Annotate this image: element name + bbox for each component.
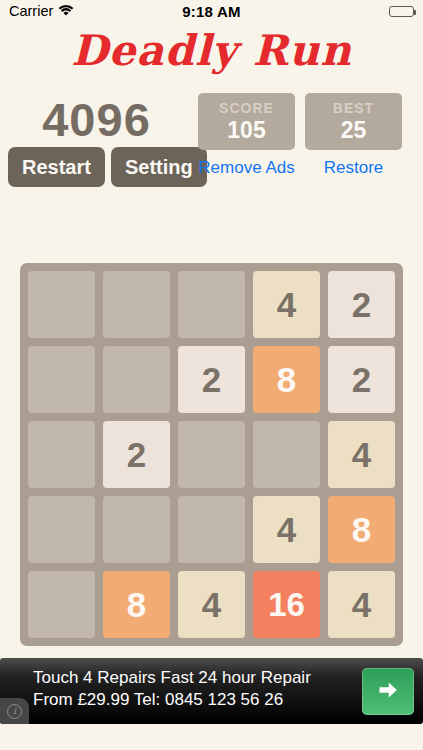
best-box: BEST 25 <box>305 93 402 150</box>
tile-4: 4 <box>178 571 245 638</box>
empty-cell <box>28 571 95 638</box>
tile-2: 2 <box>178 346 245 413</box>
empty-cell <box>28 346 95 413</box>
tile-4: 4 <box>328 421 395 488</box>
info-icon: i <box>7 704 22 719</box>
ad-info-button[interactable]: i <box>0 698 29 724</box>
tile-8: 8 <box>253 346 320 413</box>
ad-line-1: Touch 4 Repairs Fast 24 hour Repair <box>33 667 311 689</box>
arrow-right-icon <box>374 678 402 705</box>
ad-banner[interactable]: Touch 4 Repairs Fast 24 hour Repair From… <box>0 658 423 724</box>
setting-button[interactable]: Setting <box>111 147 207 187</box>
button-row: Restart Setting <box>8 147 207 187</box>
score-value: 105 <box>198 117 295 144</box>
board[interactable]: 42282244884164 <box>20 263 403 646</box>
empty-cell <box>103 346 170 413</box>
score-label: SCORE <box>198 100 295 116</box>
empty-cell <box>103 271 170 338</box>
best-value: 25 <box>305 117 402 144</box>
tile-2: 2 <box>328 271 395 338</box>
empty-cell <box>253 421 320 488</box>
ad-line-2: From £29.99 Tel: 0845 123 56 26 <box>33 689 311 711</box>
tile-4: 4 <box>253 496 320 563</box>
clock: 9:18 AM <box>0 3 423 20</box>
tile-16: 16 <box>253 571 320 638</box>
empty-cell <box>178 421 245 488</box>
restart-button[interactable]: Restart <box>8 147 105 187</box>
max-tile-value: 4096 <box>8 94 185 146</box>
best-label: BEST <box>305 100 402 116</box>
tile-8: 8 <box>103 571 170 638</box>
tile-2: 2 <box>103 421 170 488</box>
empty-cell <box>28 496 95 563</box>
game-title: Deadly Run <box>0 26 423 76</box>
empty-cell <box>28 421 95 488</box>
status-bar: Carrier 9:18 AM <box>0 0 423 22</box>
score-box: SCORE 105 <box>198 93 295 150</box>
empty-cell <box>178 271 245 338</box>
ad-open-button[interactable] <box>362 668 414 715</box>
empty-cell <box>28 271 95 338</box>
restore-link[interactable]: Restore <box>305 158 402 178</box>
tile-4: 4 <box>253 271 320 338</box>
empty-cell <box>103 496 170 563</box>
ad-text: Touch 4 Repairs Fast 24 hour Repair From… <box>33 667 311 710</box>
battery-icon <box>389 6 414 17</box>
tile-8: 8 <box>328 496 395 563</box>
app-screen: Carrier 9:18 AM Deadly Run 4096 Restart … <box>0 0 423 750</box>
tile-4: 4 <box>328 571 395 638</box>
tile-2: 2 <box>328 346 395 413</box>
empty-cell <box>178 496 245 563</box>
remove-ads-link[interactable]: Remove Ads <box>198 158 295 178</box>
